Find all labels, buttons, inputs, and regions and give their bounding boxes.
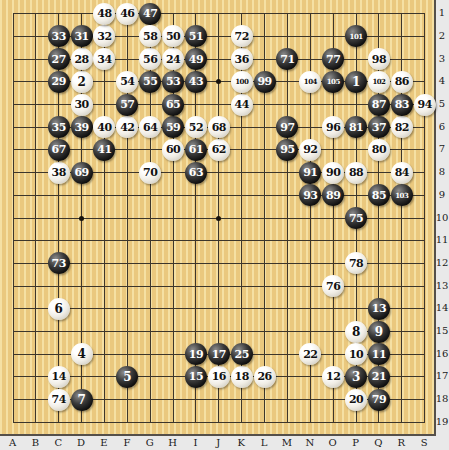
move-number: 68 (212, 122, 226, 133)
move-number: 87 (372, 99, 386, 110)
black-stone-105: 105 (322, 71, 344, 93)
move-number: 75 (349, 213, 363, 224)
white-stone-40: 40 (93, 116, 115, 138)
grid-line-vertical (287, 13, 288, 422)
move-number: 89 (326, 190, 340, 201)
move-number: 8 (352, 326, 360, 338)
black-stone-91: 91 (299, 162, 321, 184)
black-stone-83: 83 (391, 94, 413, 116)
white-stone-6: 6 (48, 298, 70, 320)
move-number: 70 (143, 167, 157, 178)
move-number: 26 (257, 371, 271, 382)
black-stone-9: 9 (368, 321, 390, 343)
grid-line-vertical (424, 13, 425, 422)
black-stone-41: 41 (93, 139, 115, 161)
black-stone-51: 51 (185, 25, 207, 47)
move-number: 3 (352, 371, 360, 383)
move-number: 20 (349, 394, 363, 405)
white-stone-84: 84 (391, 162, 413, 184)
move-number: 25 (235, 349, 249, 360)
move-number: 81 (349, 122, 363, 133)
black-stone-55: 55 (139, 71, 161, 93)
white-stone-14: 14 (48, 366, 70, 388)
black-stone-37: 37 (368, 116, 390, 138)
black-stone-15: 15 (185, 366, 207, 388)
move-number: 92 (303, 144, 317, 155)
black-stone-43: 43 (185, 71, 207, 93)
move-number: 46 (120, 8, 134, 19)
column-label-K: K (237, 438, 244, 448)
row-label-16: 16 (436, 349, 449, 359)
move-number: 36 (235, 54, 249, 65)
white-stone-38: 38 (48, 162, 70, 184)
move-number: 105 (327, 78, 340, 85)
move-number: 13 (372, 303, 386, 314)
white-stone-4: 4 (71, 343, 93, 365)
move-number: 49 (189, 54, 203, 65)
column-label-L: L (261, 438, 268, 448)
move-number: 76 (326, 281, 340, 292)
move-number: 102 (372, 78, 385, 85)
move-number: 65 (166, 99, 180, 110)
move-number: 50 (166, 31, 180, 42)
row-label-6: 6 (439, 122, 445, 132)
black-stone-17: 17 (208, 343, 230, 365)
white-stone-80: 80 (368, 139, 390, 161)
move-number: 19 (189, 349, 203, 360)
row-label-4: 4 (439, 76, 445, 86)
grid-line-horizontal (13, 240, 426, 241)
move-number: 42 (120, 122, 134, 133)
move-number: 58 (143, 31, 157, 42)
move-number: 32 (97, 31, 111, 42)
row-label-2: 2 (439, 31, 445, 41)
white-stone-94: 94 (414, 94, 436, 116)
white-stone-92: 92 (299, 139, 321, 161)
white-stone-62: 62 (208, 139, 230, 161)
grid-line-horizontal (13, 286, 426, 287)
move-number: 94 (418, 99, 432, 110)
row-label-18: 18 (436, 394, 449, 404)
move-number: 12 (326, 371, 340, 382)
white-stone-68: 68 (208, 116, 230, 138)
black-stone-5: 5 (116, 366, 138, 388)
white-stone-26: 26 (254, 366, 276, 388)
move-number: 53 (166, 76, 180, 87)
move-number: 60 (166, 144, 180, 155)
black-stone-81: 81 (345, 116, 367, 138)
row-label-13: 13 (436, 281, 449, 291)
column-label-O: O (329, 438, 337, 448)
column-label-Q: Q (374, 438, 382, 448)
column-label-E: E (100, 438, 107, 448)
move-number: 62 (212, 144, 226, 155)
move-number: 63 (189, 167, 203, 178)
move-number: 101 (350, 33, 363, 40)
white-stone-46: 46 (116, 3, 138, 25)
black-stone-71: 71 (276, 48, 298, 70)
move-number: 80 (372, 144, 386, 155)
white-stone-16: 16 (208, 366, 230, 388)
move-number: 18 (235, 371, 249, 382)
row-label-10: 10 (436, 213, 449, 223)
white-stone-18: 18 (231, 366, 253, 388)
move-number: 85 (372, 190, 386, 201)
move-number: 38 (52, 167, 66, 178)
move-number: 48 (97, 8, 111, 19)
move-number: 79 (372, 394, 386, 405)
white-stone-8: 8 (345, 321, 367, 343)
black-stone-3: 3 (345, 366, 367, 388)
white-stone-76: 76 (322, 275, 344, 297)
move-number: 90 (326, 167, 340, 178)
move-number: 71 (280, 54, 294, 65)
white-stone-56: 56 (139, 48, 161, 70)
move-number: 104 (304, 78, 317, 85)
white-stone-88: 88 (345, 162, 367, 184)
white-stone-86: 86 (391, 71, 413, 93)
move-number: 31 (74, 31, 88, 42)
black-stone-99: 99 (254, 71, 276, 93)
move-number: 67 (52, 144, 66, 155)
black-stone-85: 85 (368, 184, 390, 206)
white-stone-58: 58 (139, 25, 161, 47)
black-stone-27: 27 (48, 48, 70, 70)
move-number: 17 (212, 349, 226, 360)
star-point-J10 (216, 216, 221, 221)
white-stone-98: 98 (368, 48, 390, 70)
white-stone-22: 22 (299, 343, 321, 365)
move-number: 99 (257, 76, 271, 87)
column-label-D: D (77, 438, 85, 448)
row-label-5: 5 (439, 99, 445, 109)
white-stone-20: 20 (345, 389, 367, 411)
white-stone-82: 82 (391, 116, 413, 138)
black-stone-75: 75 (345, 207, 367, 229)
white-stone-52: 52 (185, 116, 207, 138)
move-number: 27 (52, 54, 66, 65)
move-number: 55 (143, 76, 157, 87)
row-label-19: 19 (436, 417, 449, 427)
move-number: 14 (52, 371, 66, 382)
move-number: 59 (166, 122, 180, 133)
white-stone-24: 24 (162, 48, 184, 70)
white-stone-90: 90 (322, 162, 344, 184)
white-stone-54: 54 (116, 71, 138, 93)
move-number: 28 (74, 54, 88, 65)
white-stone-102: 102 (368, 71, 390, 93)
black-stone-11: 11 (368, 343, 390, 365)
black-stone-93: 93 (299, 184, 321, 206)
move-number: 16 (212, 371, 226, 382)
white-stone-100: 100 (231, 71, 253, 93)
move-number: 64 (143, 122, 157, 133)
black-stone-7: 7 (71, 389, 93, 411)
white-stone-28: 28 (71, 48, 93, 70)
move-number: 73 (52, 258, 66, 269)
column-label-G: G (146, 438, 154, 448)
star-point-J4 (216, 79, 221, 84)
black-stone-77: 77 (322, 48, 344, 70)
black-stone-57: 57 (116, 94, 138, 116)
column-label-H: H (168, 438, 177, 448)
move-number: 44 (235, 99, 249, 110)
black-stone-1: 1 (345, 71, 367, 93)
grid-line-horizontal (13, 422, 426, 423)
move-number: 100 (235, 78, 248, 85)
column-label-N: N (305, 438, 314, 448)
move-number: 35 (52, 122, 66, 133)
move-number: 22 (303, 349, 317, 360)
row-label-11: 11 (436, 235, 449, 245)
white-stone-30: 30 (71, 94, 93, 116)
black-stone-49: 49 (185, 48, 207, 70)
white-stone-32: 32 (93, 25, 115, 47)
move-number: 74 (52, 394, 66, 405)
white-stone-12: 12 (322, 366, 344, 388)
column-label-M: M (282, 438, 292, 448)
column-label-F: F (123, 438, 130, 448)
black-stone-79: 79 (368, 389, 390, 411)
column-label-B: B (32, 438, 39, 448)
row-label-9: 9 (439, 190, 445, 200)
black-stone-97: 97 (276, 116, 298, 138)
row-label-3: 3 (439, 54, 445, 64)
black-stone-53: 53 (162, 71, 184, 93)
move-number: 52 (189, 122, 203, 133)
move-number: 10 (349, 349, 363, 360)
move-number: 9 (375, 326, 383, 338)
white-stone-64: 64 (139, 116, 161, 138)
move-number: 24 (166, 54, 180, 65)
move-number: 34 (97, 54, 111, 65)
move-number: 69 (74, 167, 88, 178)
go-board[interactable]: 1234567891011121314151617181920212224252… (0, 0, 436, 436)
move-number: 33 (52, 31, 66, 42)
move-number: 2 (77, 76, 85, 88)
move-number: 95 (280, 144, 294, 155)
black-stone-59: 59 (162, 116, 184, 138)
move-number: 6 (55, 303, 63, 315)
white-stone-50: 50 (162, 25, 184, 47)
row-label-17: 17 (436, 371, 449, 381)
white-stone-48: 48 (93, 3, 115, 25)
move-number: 93 (303, 190, 317, 201)
row-label-7: 7 (439, 144, 445, 154)
black-stone-65: 65 (162, 94, 184, 116)
black-stone-89: 89 (322, 184, 344, 206)
move-number: 11 (372, 349, 386, 360)
move-number: 82 (395, 122, 409, 133)
column-label-I: I (193, 438, 197, 448)
move-number: 78 (349, 258, 363, 269)
move-number: 96 (326, 122, 340, 133)
move-number: 29 (52, 76, 66, 87)
black-stone-67: 67 (48, 139, 70, 161)
column-label-R: R (398, 438, 406, 448)
column-label-J: J (216, 438, 220, 448)
grid-line-horizontal (13, 308, 426, 309)
move-number: 56 (143, 54, 157, 65)
move-number: 54 (120, 76, 134, 87)
white-stone-60: 60 (162, 139, 184, 161)
move-number: 103 (395, 192, 408, 199)
black-stone-35: 35 (48, 116, 70, 138)
white-stone-44: 44 (231, 94, 253, 116)
black-stone-103: 103 (391, 184, 413, 206)
black-stone-19: 19 (185, 343, 207, 365)
black-stone-33: 33 (48, 25, 70, 47)
move-number: 88 (349, 167, 363, 178)
white-stone-104: 104 (299, 71, 321, 93)
black-stone-69: 69 (71, 162, 93, 184)
black-stone-31: 31 (71, 25, 93, 47)
black-stone-21: 21 (368, 366, 390, 388)
black-stone-101: 101 (345, 25, 367, 47)
black-stone-73: 73 (48, 252, 70, 274)
move-number: 40 (97, 122, 111, 133)
move-number: 98 (372, 54, 386, 65)
white-stone-70: 70 (139, 162, 161, 184)
move-number: 61 (189, 144, 203, 155)
white-stone-74: 74 (48, 389, 70, 411)
column-label-P: P (352, 438, 359, 448)
go-diagram: 1234567891011121314151617181920212224252… (0, 0, 449, 450)
move-number: 47 (143, 8, 157, 19)
move-number: 1 (352, 76, 360, 88)
row-label-15: 15 (436, 326, 449, 336)
move-number: 30 (74, 99, 88, 110)
black-stone-87: 87 (368, 94, 390, 116)
black-stone-29: 29 (48, 71, 70, 93)
move-number: 97 (280, 122, 294, 133)
black-stone-63: 63 (185, 162, 207, 184)
white-stone-42: 42 (116, 116, 138, 138)
column-label-S: S (421, 438, 428, 448)
black-stone-95: 95 (276, 139, 298, 161)
black-stone-25: 25 (231, 343, 253, 365)
column-label-C: C (54, 438, 62, 448)
move-number: 43 (189, 76, 203, 87)
move-number: 15 (189, 371, 203, 382)
black-stone-61: 61 (185, 139, 207, 161)
white-stone-36: 36 (231, 48, 253, 70)
black-stone-47: 47 (139, 3, 161, 25)
move-number: 5 (123, 371, 131, 383)
move-number: 91 (303, 167, 317, 178)
move-number: 4 (77, 348, 85, 360)
row-label-8: 8 (439, 167, 445, 177)
black-stone-39: 39 (71, 116, 93, 138)
row-label-1: 1 (439, 8, 445, 18)
row-label-12: 12 (436, 258, 449, 268)
move-number: 39 (74, 122, 88, 133)
white-stone-10: 10 (345, 343, 367, 365)
move-number: 83 (395, 99, 409, 110)
white-stone-96: 96 (322, 116, 344, 138)
move-number: 21 (372, 371, 386, 382)
move-number: 84 (395, 167, 409, 178)
move-number: 37 (372, 122, 386, 133)
move-number: 86 (395, 76, 409, 87)
move-number: 57 (120, 99, 134, 110)
move-number: 77 (326, 54, 340, 65)
white-stone-2: 2 (71, 71, 93, 93)
row-label-14: 14 (436, 303, 449, 313)
move-number: 7 (77, 394, 85, 406)
white-stone-78: 78 (345, 252, 367, 274)
black-stone-13: 13 (368, 298, 390, 320)
move-number: 51 (189, 31, 203, 42)
move-number: 41 (97, 144, 111, 155)
white-stone-34: 34 (93, 48, 115, 70)
column-label-A: A (9, 438, 16, 448)
move-number: 72 (235, 31, 249, 42)
white-stone-72: 72 (231, 25, 253, 47)
star-point-D10 (79, 216, 84, 221)
